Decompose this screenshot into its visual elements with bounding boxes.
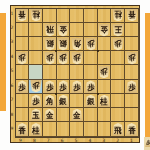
shogi-board: 香桂桂香飛金金王銀銀角歩歩歩歩歩歩歩歩歩歩歩歩歩歩歩歩角銀銀桂玉金金香桂飛香 xyxy=(10,5,140,143)
shogi-piece-歩[interactable]: 歩 xyxy=(126,80,138,93)
shogi-piece-歩[interactable]: 歩 xyxy=(71,52,83,65)
board-cell[interactable] xyxy=(98,9,112,23)
board-cell[interactable] xyxy=(84,122,98,136)
shogi-piece-香[interactable]: 香 xyxy=(16,9,28,22)
board-cell[interactable] xyxy=(84,65,98,79)
piece-glyph: 歩 xyxy=(126,52,137,62)
board-cell[interactable]: 銀 xyxy=(57,37,71,51)
file-label: 8 xyxy=(27,139,41,144)
board-cell[interactable]: 歩 xyxy=(43,51,57,65)
piece-glyph: 香 xyxy=(126,126,137,136)
shogi-piece-銀[interactable]: 銀 xyxy=(57,38,69,51)
rank-label: 6 xyxy=(10,84,14,89)
board-cell[interactable] xyxy=(111,108,125,122)
shogi-piece-歩[interactable]: 歩 xyxy=(98,66,110,79)
board-cell[interactable] xyxy=(98,108,112,122)
board-cell[interactable] xyxy=(70,23,84,37)
shogi-piece-飛[interactable]: 飛 xyxy=(112,123,124,136)
piece-glyph: 金 xyxy=(58,24,69,34)
board-cell[interactable] xyxy=(29,37,43,51)
right-side-panel xyxy=(145,13,150,137)
board-cell[interactable] xyxy=(16,23,30,37)
piece-glyph: 金 xyxy=(44,111,55,121)
piece-glyph: 飛 xyxy=(112,126,123,136)
board-cell[interactable]: 金 xyxy=(57,23,71,37)
piece-glyph: 角 xyxy=(44,97,55,107)
board-cell[interactable]: 香 xyxy=(125,9,139,23)
piece-glyph: 歩 xyxy=(30,80,41,90)
board-cell[interactable] xyxy=(70,122,84,136)
board-cell[interactable]: 歩 xyxy=(57,51,71,65)
board-cell[interactable]: 角 xyxy=(70,37,84,51)
board-cell[interactable] xyxy=(84,108,98,122)
shogi-piece-香[interactable]: 香 xyxy=(126,123,138,136)
file-label: 1 xyxy=(125,139,139,144)
board-cell[interactable] xyxy=(57,108,71,122)
file-label: 7 xyxy=(41,139,55,144)
shogi-piece-歩[interactable]: 歩 xyxy=(85,38,97,51)
shogi-piece-香[interactable]: 香 xyxy=(126,9,138,22)
board-cell[interactable]: 飛 xyxy=(111,122,125,136)
board-cell[interactable]: 角 xyxy=(43,94,57,108)
shogi-piece-歩[interactable]: 歩 xyxy=(85,80,97,93)
piece-glyph: 銀 xyxy=(85,97,96,107)
board-cell[interactable]: 香 xyxy=(16,9,30,23)
board-cell[interactable]: 歩 xyxy=(125,51,139,65)
board-cell[interactable] xyxy=(43,65,57,79)
piece-glyph: 歩 xyxy=(17,52,28,62)
shogi-piece-金[interactable]: 金 xyxy=(71,109,83,122)
left-side-panel xyxy=(0,13,6,111)
board-cell[interactable] xyxy=(111,94,125,108)
board-cell[interactable]: 桂 xyxy=(29,9,43,23)
shogi-piece-歩[interactable]: 歩 xyxy=(71,80,83,93)
board-cell[interactable]: 桂 xyxy=(111,9,125,23)
piece-glyph: 金 xyxy=(99,24,110,34)
piece-glyph: 歩 xyxy=(17,83,28,93)
board-cell[interactable]: 王 xyxy=(111,23,125,37)
piece-glyph: 銀 xyxy=(58,38,69,48)
shogi-piece-玉[interactable]: 玉 xyxy=(30,109,42,122)
board-cell[interactable]: 香 xyxy=(16,122,30,136)
board-cell[interactable]: 歩 xyxy=(84,80,98,94)
shogi-piece-歩[interactable]: 歩 xyxy=(57,52,69,65)
board-cell[interactable] xyxy=(16,108,30,122)
board-cell[interactable] xyxy=(43,122,57,136)
file-label: 3 xyxy=(97,139,111,144)
board-cell[interactable]: 歩 xyxy=(16,51,30,65)
piece-glyph: 角 xyxy=(71,38,82,48)
piece-glyph: 玉 xyxy=(30,111,41,121)
board-cell[interactable] xyxy=(111,80,125,94)
file-label: 9 xyxy=(14,139,28,144)
piece-glyph: 香 xyxy=(126,9,137,19)
board-cell[interactable]: 銀 xyxy=(57,94,71,108)
board-cell[interactable]: 飛 xyxy=(43,23,57,37)
shogi-piece-歩[interactable]: 歩 xyxy=(30,80,42,93)
shogi-piece-桂[interactable]: 桂 xyxy=(30,123,42,136)
rank-label: 1 xyxy=(10,12,14,17)
shogi-piece-歩[interactable]: 歩 xyxy=(44,52,56,65)
piece-glyph: 桂 xyxy=(99,97,110,107)
board-cell[interactable] xyxy=(125,94,139,108)
shogi-piece-香[interactable]: 香 xyxy=(16,123,28,136)
rank-label: 2 xyxy=(10,26,14,31)
board-cell[interactable] xyxy=(70,65,84,79)
board-cell[interactable] xyxy=(98,51,112,65)
board-cell[interactable]: 歩 xyxy=(98,65,112,79)
board-cell[interactable] xyxy=(29,23,43,37)
shogi-piece-桂[interactable]: 桂 xyxy=(30,9,42,22)
star-point xyxy=(97,50,99,52)
piece-glyph: 銀 xyxy=(58,97,69,107)
board-cell[interactable] xyxy=(70,9,84,23)
board-cell[interactable] xyxy=(111,65,125,79)
piece-glyph: 歩 xyxy=(71,83,82,93)
piece-glyph: 歩 xyxy=(58,83,69,93)
piece-glyph: 歩 xyxy=(99,66,110,76)
board-cell[interactable]: 歩 xyxy=(70,80,84,94)
sente-komadai: 歩 xyxy=(144,137,150,150)
board-cell[interactable] xyxy=(84,51,98,65)
rank-label: 8 xyxy=(10,113,14,118)
board-cell[interactable] xyxy=(125,37,139,51)
piece-glyph: 香 xyxy=(17,9,28,19)
file-label: 6 xyxy=(55,139,69,144)
board-cell[interactable] xyxy=(84,23,98,37)
piece-glyph: 王 xyxy=(112,24,123,34)
hand-piece-glyph: 歩 xyxy=(145,137,150,147)
board-cell[interactable] xyxy=(57,122,71,136)
board-cell[interactable] xyxy=(16,65,30,79)
board-cell[interactable] xyxy=(70,94,84,108)
shogi-piece-金[interactable]: 金 xyxy=(44,109,56,122)
board-cell[interactable]: 歩 xyxy=(84,37,98,51)
board-cell[interactable] xyxy=(43,9,57,23)
shogi-piece-銀[interactable]: 銀 xyxy=(44,38,56,51)
hand-piece-pawn[interactable]: 歩 xyxy=(145,139,150,147)
board-cell[interactable] xyxy=(125,65,139,79)
piece-glyph: 歩 xyxy=(58,52,69,62)
board-cell[interactable]: 歩 xyxy=(111,37,125,51)
piece-glyph: 歩 xyxy=(44,52,55,62)
board-cell[interactable] xyxy=(29,65,43,79)
board-cell[interactable]: 金 xyxy=(98,23,112,37)
piece-glyph: 金 xyxy=(71,111,82,121)
rank-label: 9 xyxy=(10,127,14,132)
board-cell[interactable] xyxy=(98,80,112,94)
piece-glyph: 飛 xyxy=(44,24,55,34)
board-cell[interactable]: 歩 xyxy=(29,80,43,94)
shogi-piece-歩[interactable]: 歩 xyxy=(16,80,28,93)
shogi-piece-金[interactable]: 金 xyxy=(98,24,110,37)
piece-glyph: 桂 xyxy=(30,9,41,19)
rank-label: 7 xyxy=(10,98,14,103)
board-cell[interactable]: 歩 xyxy=(125,80,139,94)
board-cell[interactable]: 金 xyxy=(70,108,84,122)
shogi-piece-金[interactable]: 金 xyxy=(57,24,69,37)
piece-glyph: 歩 xyxy=(112,38,123,48)
board-cell[interactable]: 歩 xyxy=(70,51,84,65)
piece-glyph: 桂 xyxy=(30,126,41,136)
shogi-piece-歩[interactable]: 歩 xyxy=(16,52,28,65)
board-cell[interactable] xyxy=(125,108,139,122)
rank-label: 3 xyxy=(10,40,14,45)
shogi-piece-歩[interactable]: 歩 xyxy=(30,95,42,108)
board-cell[interactable] xyxy=(98,37,112,51)
file-label: 5 xyxy=(69,139,83,144)
shogi-piece-歩[interactable]: 歩 xyxy=(126,52,138,65)
board-cell[interactable] xyxy=(57,65,71,79)
shogi-piece-桂[interactable]: 桂 xyxy=(112,9,124,22)
board-cell[interactable]: 金 xyxy=(43,108,57,122)
board-cell[interactable] xyxy=(111,51,125,65)
rank-label: 4 xyxy=(10,55,14,60)
shogi-piece-王[interactable]: 王 xyxy=(112,24,124,37)
shogi-piece-銀[interactable]: 銀 xyxy=(85,95,97,108)
board-grid: 香桂桂香飛金金王銀銀角歩歩歩歩歩歩歩歩歩歩歩歩歩歩歩歩角銀銀桂玉金金香桂飛香 xyxy=(15,8,140,138)
piece-glyph: 歩 xyxy=(30,97,41,107)
shogi-piece-桂[interactable]: 桂 xyxy=(98,95,110,108)
file-label: 2 xyxy=(111,139,125,144)
board-cell[interactable]: 銀 xyxy=(84,94,98,108)
board-cell[interactable] xyxy=(16,94,30,108)
shogi-piece-角[interactable]: 角 xyxy=(71,38,83,51)
board-cell[interactable]: 歩 xyxy=(16,80,30,94)
piece-glyph: 歩 xyxy=(85,38,96,48)
file-label: 4 xyxy=(83,139,97,144)
shogi-piece-角[interactable]: 角 xyxy=(44,95,56,108)
shogi-piece-銀[interactable]: 銀 xyxy=(57,95,69,108)
piece-glyph: 桂 xyxy=(112,9,123,19)
rank-label: 5 xyxy=(10,69,14,74)
board-cell[interactable]: 桂 xyxy=(29,122,43,136)
piece-glyph: 歩 xyxy=(71,52,82,62)
piece-glyph: 銀 xyxy=(44,38,55,48)
board-cell[interactable] xyxy=(57,9,71,23)
piece-glyph: 歩 xyxy=(126,83,137,93)
piece-glyph: 歩 xyxy=(44,83,55,93)
board-cell[interactable]: 玉 xyxy=(29,108,43,122)
shogi-piece-歩[interactable]: 歩 xyxy=(57,80,69,93)
piece-glyph: 歩 xyxy=(85,83,96,93)
board-cell[interactable]: 桂 xyxy=(98,94,112,108)
board-cell[interactable]: 歩 xyxy=(29,94,43,108)
board-cell[interactable] xyxy=(84,9,98,23)
board-cell[interactable]: 歩 xyxy=(57,80,71,94)
piece-glyph: 香 xyxy=(17,126,28,136)
shogi-piece-歩[interactable]: 歩 xyxy=(112,38,124,51)
board-cell[interactable]: 香 xyxy=(125,122,139,136)
board-cell[interactable] xyxy=(125,23,139,37)
board-cell[interactable] xyxy=(16,37,30,51)
board-cell[interactable] xyxy=(29,51,43,65)
board-cell[interactable] xyxy=(98,122,112,136)
board-cell[interactable]: 銀 xyxy=(43,37,57,51)
board-cell[interactable]: 歩 xyxy=(43,80,57,94)
shogi-piece-飛[interactable]: 飛 xyxy=(44,24,56,37)
shogi-piece-歩[interactable]: 歩 xyxy=(44,80,56,93)
